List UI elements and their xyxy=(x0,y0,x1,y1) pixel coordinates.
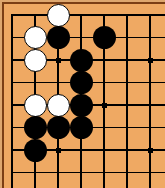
white-stone xyxy=(47,4,70,27)
white-stone xyxy=(24,26,47,49)
go-board xyxy=(0,0,165,188)
star-point xyxy=(102,103,107,108)
star-point xyxy=(148,58,153,63)
h-grid-line xyxy=(11,14,165,16)
star-point xyxy=(148,148,153,153)
white-stone xyxy=(47,94,70,117)
black-stone xyxy=(70,94,93,117)
star-point xyxy=(56,148,61,153)
black-stone xyxy=(47,116,70,139)
black-stone xyxy=(24,139,47,162)
board-frame-line-left xyxy=(2,2,4,188)
board-frame-line-top xyxy=(2,2,165,4)
v-grid-line xyxy=(11,14,13,188)
star-point xyxy=(56,58,61,63)
black-stone xyxy=(47,26,70,49)
white-stone xyxy=(24,94,47,117)
black-stone xyxy=(93,26,116,49)
v-grid-line xyxy=(149,14,151,188)
black-stone xyxy=(24,116,47,139)
black-stone xyxy=(70,71,93,94)
white-stone xyxy=(24,49,47,72)
black-stone xyxy=(70,116,93,139)
h-grid-line xyxy=(11,172,165,174)
black-stone xyxy=(70,49,93,72)
v-grid-line xyxy=(126,14,128,188)
